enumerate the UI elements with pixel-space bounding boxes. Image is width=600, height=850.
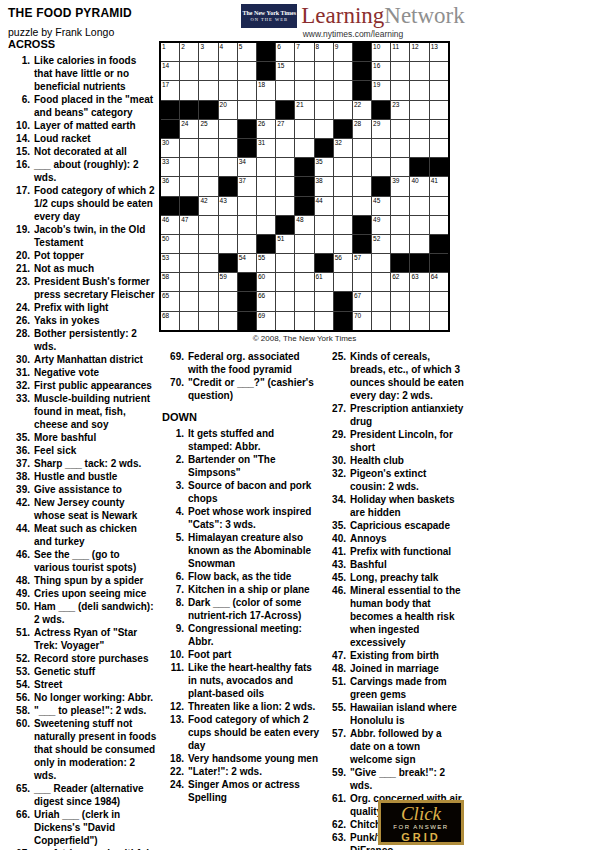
clue-item: 56.No longer working: Abbr. — [8, 691, 157, 704]
grid-cell[interactable] — [276, 158, 294, 176]
grid-cell[interactable] — [276, 81, 294, 99]
grid-cell[interactable] — [410, 101, 428, 119]
grid-cell[interactable] — [219, 158, 237, 176]
clue-number: 45. — [324, 571, 350, 584]
cell-number: 43 — [220, 197, 227, 205]
puzzle-byline: puzzle by Frank Longo — [8, 26, 132, 38]
clue-item: 15.Not decorated at all — [8, 145, 157, 158]
clue-item: 30.Arty Manhattan district — [8, 353, 157, 366]
grid-cell[interactable]: 34 — [238, 158, 256, 176]
grid-cell[interactable]: 1 — [161, 43, 179, 61]
clue-number: 32. — [324, 467, 350, 493]
answer-grid-link[interactable]: Click FOR ANSWER GRID — [378, 800, 464, 845]
clue-text: Ham ___ (deli sandwich): 2 wds. — [34, 600, 157, 626]
cell-number: 55 — [258, 254, 265, 262]
grid-cell[interactable]: 23 — [391, 101, 409, 119]
clue-text: No longer working: Abbr. — [34, 691, 157, 704]
cell-number: 45 — [373, 197, 380, 205]
cell-number: 24 — [181, 120, 188, 128]
grid-cell[interactable]: 26 — [257, 120, 275, 138]
grid-cell[interactable] — [372, 273, 390, 291]
grid-cell[interactable] — [219, 312, 237, 330]
grid-cell[interactable]: 8 — [315, 43, 333, 61]
grid-cell[interactable]: 41 — [430, 177, 448, 195]
grid-cell[interactable] — [430, 216, 448, 234]
grid-cell[interactable] — [295, 254, 313, 272]
clue-number: 54. — [8, 678, 34, 691]
grid-cell[interactable]: 37 — [238, 177, 256, 195]
black-cell — [334, 120, 352, 138]
clue-number: 12. — [162, 700, 188, 713]
answer-box-click-text: Click — [381, 803, 461, 824]
grid-cell[interactable] — [334, 197, 352, 215]
grid-cell[interactable] — [276, 139, 294, 157]
grid-cell[interactable]: 42 — [199, 197, 217, 215]
down-header: DOWN — [162, 411, 321, 424]
grid-cell[interactable] — [391, 62, 409, 80]
clue-number: 18. — [162, 752, 188, 765]
grid-cell[interactable] — [315, 62, 333, 80]
clue-number: 49. — [8, 587, 34, 600]
grid-cell[interactable] — [295, 273, 313, 291]
grid-cell[interactable] — [219, 120, 237, 138]
grid-cell[interactable]: 53 — [161, 254, 179, 272]
grid-cell[interactable] — [238, 216, 256, 234]
cell-number: 4 — [220, 43, 224, 51]
across-clue-column: ACROSS 1.Like calories in foods that hav… — [8, 38, 157, 850]
grid-cell[interactable] — [430, 101, 448, 119]
grid-cell[interactable]: 45 — [372, 197, 390, 215]
grid-cell[interactable] — [353, 273, 371, 291]
grid-cell[interactable]: 61 — [315, 273, 333, 291]
grid-cell[interactable] — [372, 312, 390, 330]
grid-cell[interactable]: 12 — [410, 43, 428, 61]
grid-cell[interactable]: 2 — [180, 43, 198, 61]
grid-cell[interactable] — [238, 62, 256, 80]
grid-cell[interactable] — [391, 81, 409, 99]
cell-number: 57 — [354, 254, 361, 262]
down-clues-second: 25.Kinds of cereals, breads, etc., of wh… — [324, 350, 464, 850]
grid-cell[interactable]: 11 — [391, 43, 409, 61]
grid-cell[interactable] — [430, 312, 448, 330]
clue-text: Hustle and bustle — [34, 470, 157, 483]
grid-cell[interactable]: 66 — [257, 292, 275, 310]
grid-cell[interactable]: 39 — [391, 177, 409, 195]
grid-cell[interactable]: 35 — [315, 158, 333, 176]
clue-item: 44.Meat such as chicken and turkey — [8, 522, 157, 548]
grid-cell[interactable]: 55 — [257, 254, 275, 272]
grid-cell[interactable] — [334, 177, 352, 195]
grid-cell[interactable]: 27 — [276, 120, 294, 138]
cell-number: 63 — [411, 273, 418, 281]
grid-cell[interactable] — [334, 235, 352, 253]
clue-text: Negative vote — [34, 366, 157, 379]
grid-cell[interactable]: 7 — [295, 43, 313, 61]
clue-item: 46.Mineral essential to the human body t… — [324, 584, 464, 649]
grid-cell[interactable] — [276, 197, 294, 215]
grid-cell[interactable]: 24 — [180, 120, 198, 138]
grid-cell[interactable] — [430, 120, 448, 138]
cell-number: 18 — [258, 81, 265, 89]
grid-cell[interactable]: 36 — [161, 177, 179, 195]
clue-item: 12.Threaten like a lion: 2 wds. — [162, 700, 321, 713]
grid-cell[interactable] — [410, 312, 428, 330]
grid-cell[interactable] — [180, 158, 198, 176]
clue-item: 34.Holiday when baskets are hidden — [324, 493, 464, 519]
grid-cell[interactable] — [430, 62, 448, 80]
grid-cell[interactable] — [276, 292, 294, 310]
grid-cell[interactable] — [410, 216, 428, 234]
clue-text: Thing spun by a spider — [34, 574, 157, 587]
black-cell — [180, 101, 198, 119]
grid-cell[interactable] — [257, 216, 275, 234]
grid-cell[interactable] — [315, 292, 333, 310]
grid-cell[interactable] — [295, 235, 313, 253]
cell-number: 9 — [335, 43, 339, 51]
clue-text: New Jersey county whose seat is Newark — [34, 496, 157, 522]
grid-cell[interactable] — [372, 292, 390, 310]
clue-item: 21.Not as much — [8, 262, 157, 275]
grid-cell[interactable]: 15 — [276, 62, 294, 80]
grid-cell[interactable]: 56 — [334, 254, 352, 272]
grid-cell[interactable] — [430, 197, 448, 215]
grid-cell[interactable] — [391, 158, 409, 176]
clue-number: 46. — [324, 584, 350, 649]
clue-text: Feel sick — [34, 444, 157, 457]
grid-cell[interactable] — [257, 197, 275, 215]
grid-cell[interactable] — [315, 120, 333, 138]
copyright-text: © 2008, The New York Times — [159, 334, 450, 343]
grid-cell[interactable] — [180, 273, 198, 291]
grid-cell[interactable] — [219, 62, 237, 80]
grid-cell[interactable] — [295, 120, 313, 138]
grid-cell[interactable] — [219, 139, 237, 157]
grid-cell[interactable] — [410, 120, 428, 138]
grid-cell[interactable]: 40 — [410, 177, 428, 195]
grid-cell[interactable]: 67 — [353, 292, 371, 310]
grid-cell[interactable] — [238, 101, 256, 119]
grid-cell[interactable] — [219, 292, 237, 310]
grid-cell[interactable]: 32 — [334, 139, 352, 157]
clue-item: 8.Dark ___ (color of some nutrient-rich … — [162, 596, 321, 622]
black-cell — [238, 273, 256, 291]
clue-number: 48. — [8, 574, 34, 587]
clue-number: 19. — [8, 223, 34, 249]
cell-number: 26 — [258, 120, 265, 128]
grid-cell[interactable] — [353, 177, 371, 195]
clue-text: Food category of which 2 cups should be … — [188, 713, 321, 752]
clue-number: 28. — [8, 327, 34, 353]
clue-item: 5.Himalayan creature also known as the A… — [162, 531, 321, 570]
grid-cell[interactable] — [295, 312, 313, 330]
grid-cell[interactable] — [372, 158, 390, 176]
grid-cell[interactable]: 64 — [430, 273, 448, 291]
grid-cell[interactable]: 62 — [391, 273, 409, 291]
clue-text: Flow back, as the tide — [188, 570, 321, 583]
clue-number: 20. — [8, 249, 34, 262]
clue-number: 35. — [324, 519, 350, 532]
grid-cell[interactable] — [199, 312, 217, 330]
grid-cell[interactable]: 18 — [257, 81, 275, 99]
grid-cell[interactable] — [257, 158, 275, 176]
clue-text: Congressional meeting: Abbr. — [188, 622, 321, 648]
grid-cell[interactable] — [257, 101, 275, 119]
grid-cell[interactable]: 19 — [372, 81, 390, 99]
clue-text: Not as much — [34, 262, 157, 275]
clue-number: 52. — [8, 652, 34, 665]
grid-cell[interactable]: 25 — [199, 120, 217, 138]
grid-cell[interactable] — [315, 216, 333, 234]
grid-cell[interactable] — [180, 292, 198, 310]
grid-cell[interactable] — [199, 139, 217, 157]
clue-item: 27.Prescription antianxiety drug — [324, 402, 464, 428]
grid-cell[interactable] — [410, 197, 428, 215]
grid-cell[interactable]: 70 — [353, 312, 371, 330]
grid-cell[interactable] — [180, 81, 198, 99]
grid-cell[interactable] — [334, 216, 352, 234]
cell-number: 69 — [258, 312, 265, 320]
nyt-learning-network-logo: The New York Times ON THE WEB LearningNe… — [242, 3, 464, 39]
black-cell — [276, 216, 294, 234]
cell-number: 2 — [181, 43, 185, 51]
cell-number: 35 — [316, 158, 323, 166]
grid-cell[interactable] — [257, 177, 275, 195]
grid-cell[interactable] — [276, 273, 294, 291]
grid-cell[interactable]: 50 — [161, 235, 179, 253]
grid-cell[interactable] — [276, 312, 294, 330]
clue-item: 53.Genetic stuff — [8, 665, 157, 678]
grid-cell[interactable]: 60 — [257, 273, 275, 291]
cell-number: 22 — [354, 101, 361, 109]
across-clues-main: 1.Like calories in foods that have littl… — [8, 54, 157, 850]
grid-cell[interactable] — [219, 216, 237, 234]
black-cell — [219, 254, 237, 272]
clue-text: President Lincoln, for short — [350, 428, 464, 454]
grid-cell[interactable] — [334, 158, 352, 176]
grid-cell[interactable] — [430, 139, 448, 157]
grid-cell[interactable] — [410, 62, 428, 80]
cell-number: 21 — [296, 101, 303, 109]
grid-cell[interactable] — [199, 62, 217, 80]
grid-cell[interactable]: 29 — [372, 120, 390, 138]
grid-cell[interactable]: 54 — [238, 254, 256, 272]
grid-cell[interactable] — [199, 216, 217, 234]
clue-number: 3. — [162, 479, 188, 505]
clue-text: Long, preachy talk — [350, 571, 464, 584]
grid-cell[interactable] — [391, 139, 409, 157]
grid-cell[interactable] — [372, 254, 390, 272]
grid-cell[interactable]: 16 — [372, 62, 390, 80]
grid-cell[interactable]: 65 — [161, 292, 179, 310]
grid-cell[interactable] — [372, 139, 390, 157]
grid-cell[interactable] — [391, 235, 409, 253]
clue-number: 1. — [162, 427, 188, 453]
clue-item: 41.Prefix with functional — [324, 545, 464, 558]
clue-text: "Credit or ___?" (cashier's question) — [188, 376, 321, 402]
clue-text: Not decorated at all — [34, 145, 157, 158]
grid-cell[interactable]: 28 — [353, 120, 371, 138]
clue-number: 55. — [324, 701, 350, 727]
clue-text: Foot part — [188, 648, 321, 661]
clue-number: 5. — [162, 531, 188, 570]
grid-cell[interactable] — [276, 177, 294, 195]
grid-cell[interactable]: 21 — [295, 101, 313, 119]
grid-cell[interactable] — [295, 139, 313, 157]
cell-number: 12 — [411, 43, 418, 51]
grid-cell[interactable]: 9 — [334, 43, 352, 61]
grid-cell[interactable]: 22 — [353, 101, 371, 119]
grid-cell[interactable]: 59 — [219, 273, 237, 291]
grid-cell[interactable]: 52 — [372, 235, 390, 253]
grid-cell[interactable] — [180, 62, 198, 80]
grid-cell[interactable] — [180, 235, 198, 253]
grid-cell[interactable]: 43 — [219, 197, 237, 215]
grid-cell[interactable]: 4 — [219, 43, 237, 61]
grid-cell[interactable] — [410, 292, 428, 310]
grid-cell[interactable] — [334, 273, 352, 291]
grid-cell[interactable]: 33 — [161, 158, 179, 176]
grid-cell[interactable]: 58 — [161, 273, 179, 291]
grid-cell[interactable] — [199, 81, 217, 99]
grid-cell[interactable] — [199, 235, 217, 253]
grid-cell[interactable] — [334, 62, 352, 80]
answer-box-grid-text: GRID — [381, 831, 461, 843]
clue-number: 48. — [324, 662, 350, 675]
grid-cell[interactable] — [353, 139, 371, 157]
clue-text: Threaten like a lion: 2 wds. — [188, 700, 321, 713]
clue-text: Uriah ___ (clerk in Dickens's "David Cop… — [34, 808, 157, 847]
grid-cell[interactable]: 44 — [315, 197, 333, 215]
grid-cell[interactable]: 68 — [161, 312, 179, 330]
clue-text: Food category of which 2 1/2 cups should… — [34, 184, 157, 223]
grid-cell[interactable]: 13 — [430, 43, 448, 61]
clue-item: 42.New Jersey county whose seat is Newar… — [8, 496, 157, 522]
black-cell — [238, 120, 256, 138]
grid-cell[interactable]: 38 — [315, 177, 333, 195]
grid-cell[interactable]: 20 — [219, 101, 237, 119]
grid-cell[interactable] — [199, 273, 217, 291]
clue-item: 55.Hawaiian island where Honolulu is — [324, 701, 464, 727]
grid-cell[interactable] — [430, 81, 448, 99]
grid-cell[interactable]: 47 — [180, 216, 198, 234]
cell-number: 29 — [373, 120, 380, 128]
grid-cell[interactable] — [315, 101, 333, 119]
grid-cell[interactable] — [353, 158, 371, 176]
clue-number: 8. — [162, 596, 188, 622]
grid-cell[interactable] — [180, 312, 198, 330]
grid-cell[interactable] — [315, 235, 333, 253]
clue-item: 66.Uriah ___ (clerk in Dickens's "David … — [8, 808, 157, 847]
grid-cell[interactable] — [180, 139, 198, 157]
grid-cell[interactable]: 5 — [238, 43, 256, 61]
grid-cell[interactable] — [295, 62, 313, 80]
grid-cell[interactable] — [219, 81, 237, 99]
answer-box-for-answer-text: FOR ANSWER — [381, 824, 461, 831]
grid-cell[interactable]: 14 — [161, 62, 179, 80]
clue-item: 46.See the ___ (go to various tourist sp… — [8, 548, 157, 574]
cell-number: 59 — [220, 273, 227, 281]
grid-cell[interactable] — [430, 292, 448, 310]
cell-number: 68 — [162, 312, 169, 320]
learning-network-url[interactable]: www.nytimes.com/learning — [242, 29, 464, 39]
clue-item: 65.___ Reader (alternative digest since … — [8, 782, 157, 808]
cell-number: 23 — [392, 101, 399, 109]
grid-cell[interactable] — [315, 312, 333, 330]
grid-cell[interactable] — [199, 254, 217, 272]
clue-text: Capricious escapade — [350, 519, 464, 532]
grid-cell[interactable] — [238, 197, 256, 215]
clue-item: 26.Yaks in yokes — [8, 314, 157, 327]
black-cell — [180, 197, 198, 215]
grid-cell[interactable] — [391, 197, 409, 215]
black-cell — [430, 235, 448, 253]
grid-cell[interactable]: 51 — [276, 235, 294, 253]
clue-number: 23. — [8, 275, 34, 301]
grid-cell[interactable] — [238, 81, 256, 99]
grid-cell[interactable]: 57 — [353, 254, 371, 272]
grid-cell[interactable] — [391, 216, 409, 234]
clue-number: 50. — [8, 600, 34, 626]
grid-cell[interactable] — [391, 292, 409, 310]
clue-number: 10. — [8, 119, 34, 132]
grid-cell[interactable] — [219, 235, 237, 253]
grid-cell[interactable] — [276, 254, 294, 272]
clue-number: 32. — [8, 379, 34, 392]
clue-item: 24.Prefix with light — [8, 301, 157, 314]
grid-cell[interactable]: 31 — [257, 139, 275, 157]
clue-number: 14. — [8, 132, 34, 145]
grid-cell[interactable] — [295, 292, 313, 310]
grid-cell[interactable] — [180, 177, 198, 195]
grid-cell[interactable] — [410, 139, 428, 157]
grid-cell[interactable] — [180, 254, 198, 272]
grid-cell[interactable]: 17 — [161, 81, 179, 99]
grid-cell[interactable] — [391, 312, 409, 330]
grid-cell[interactable]: 6 — [276, 43, 294, 61]
grid-cell[interactable]: 10 — [372, 43, 390, 61]
clue-item: 45.Long, preachy talk — [324, 571, 464, 584]
cell-number: 61 — [316, 273, 323, 281]
grid-cell[interactable] — [353, 197, 371, 215]
grid-cell[interactable] — [334, 81, 352, 99]
grid-cell[interactable]: 46 — [161, 216, 179, 234]
grid-cell[interactable] — [199, 158, 217, 176]
grid-cell[interactable] — [410, 235, 428, 253]
grid-cell[interactable] — [391, 120, 409, 138]
grid-cell[interactable] — [334, 101, 352, 119]
clue-number: 24. — [162, 778, 188, 804]
grid-cell[interactable]: 69 — [257, 312, 275, 330]
grid-cell[interactable]: 48 — [295, 216, 313, 234]
clue-text: Kinds of cereals, breads, etc., of which… — [350, 350, 464, 402]
grid-cell[interactable]: 49 — [372, 216, 390, 234]
clue-item: 29.President Lincoln, for short — [324, 428, 464, 454]
title-block: THE FOOD PYRAMID puzzle by Frank Longo — [8, 6, 132, 38]
grid-cell[interactable]: 63 — [410, 273, 428, 291]
grid-cell[interactable] — [410, 81, 428, 99]
grid-cell[interactable] — [199, 292, 217, 310]
grid-cell[interactable]: 3 — [199, 43, 217, 61]
grid-cell[interactable] — [315, 81, 333, 99]
grid-cell[interactable] — [238, 235, 256, 253]
clue-item: 38.Hustle and bustle — [8, 470, 157, 483]
clue-text: Prescription antianxiety drug — [350, 402, 464, 428]
black-cell — [257, 62, 275, 80]
grid-cell[interactable] — [199, 177, 217, 195]
grid-cell[interactable] — [295, 81, 313, 99]
grid-cell[interactable]: 30 — [161, 139, 179, 157]
clue-item: 14.Loud racket — [8, 132, 157, 145]
